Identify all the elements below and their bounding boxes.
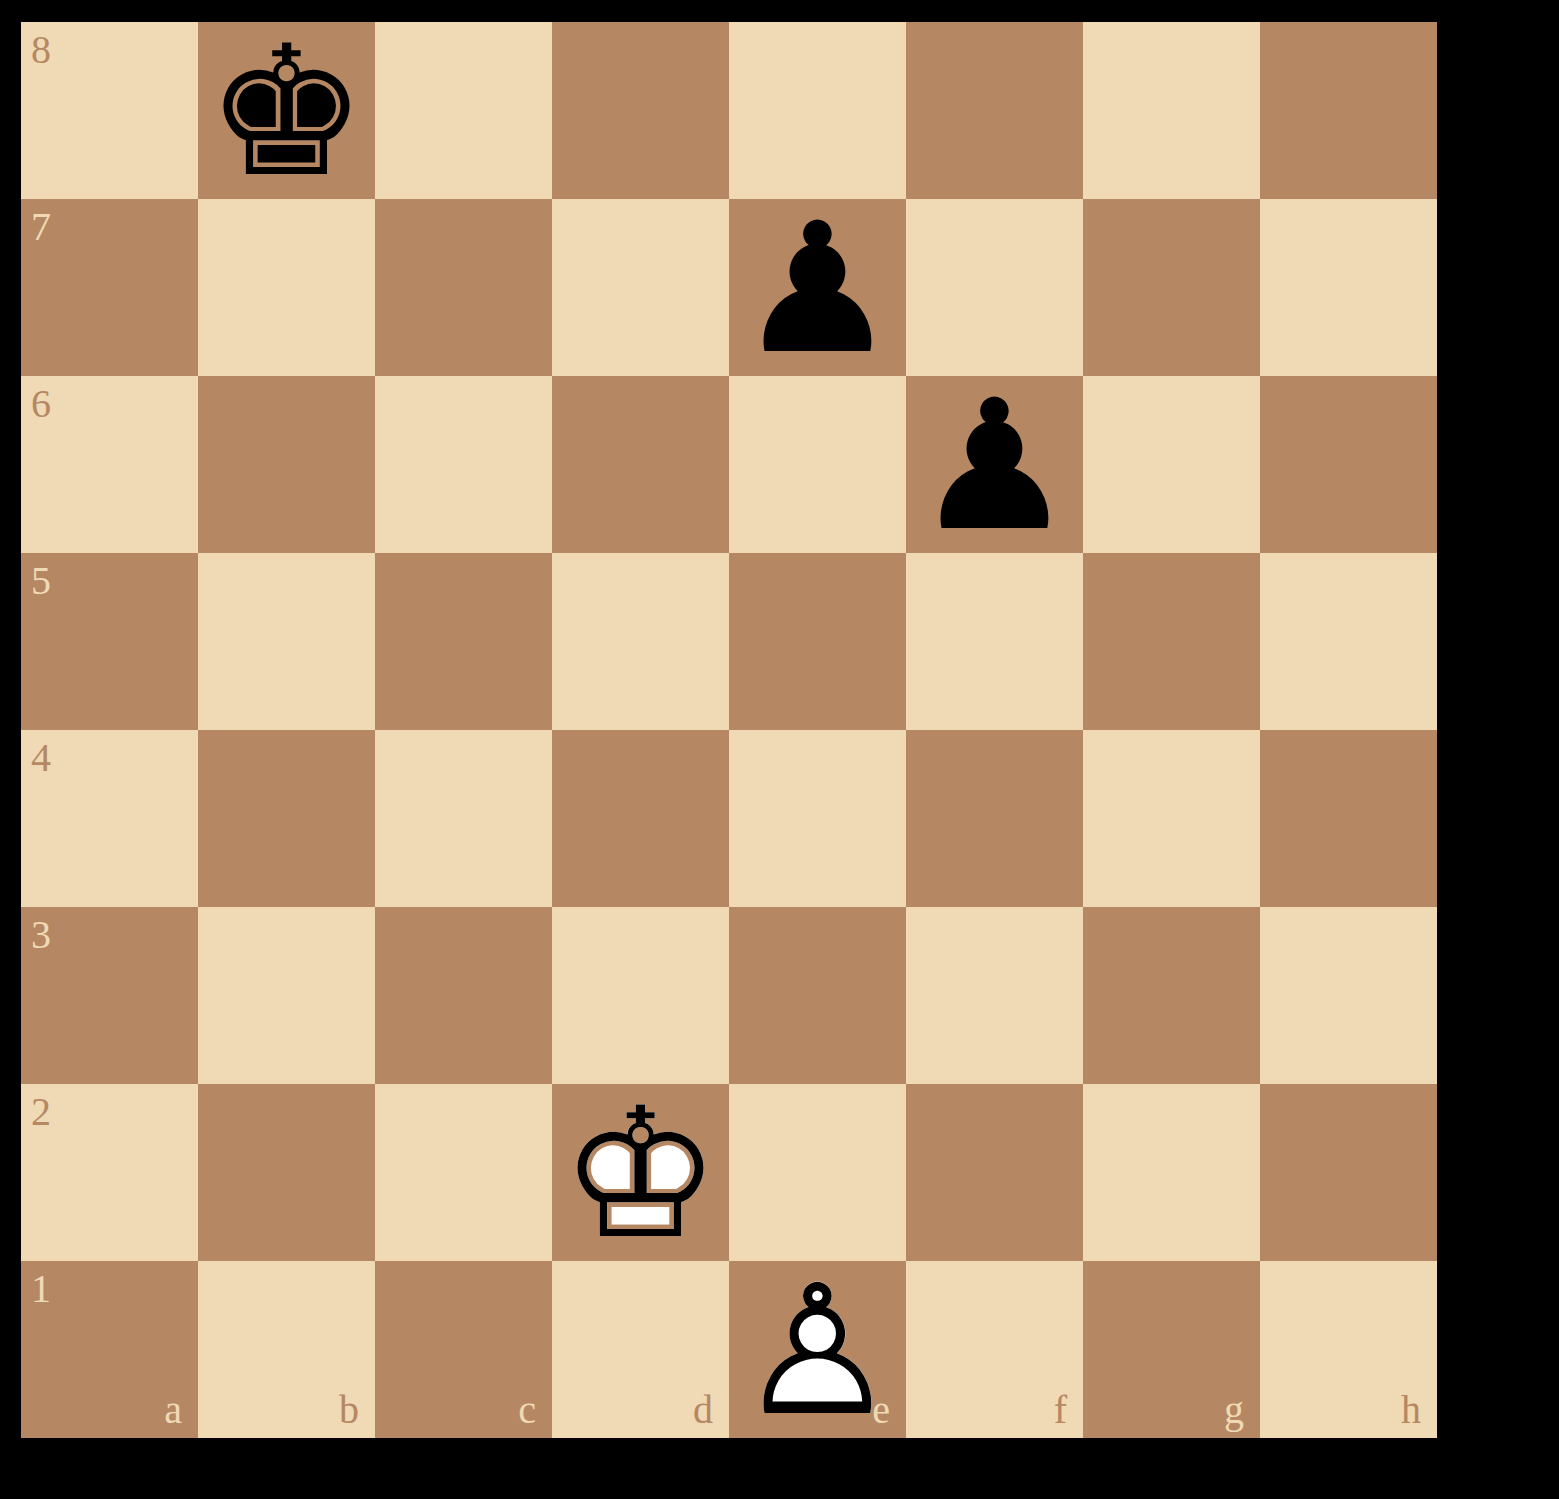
square-d2[interactable]: ♚♔ (552, 1084, 729, 1261)
black-piece-glyph: ♟ (914, 376, 1075, 556)
square-e5[interactable] (729, 553, 906, 730)
square-d8[interactable] (552, 22, 729, 199)
square-d5[interactable] (552, 553, 729, 730)
square-a5[interactable]: 5 (21, 553, 198, 730)
square-f4[interactable] (906, 730, 1083, 907)
square-h1[interactable]: h (1260, 1261, 1437, 1438)
black-piece-glyph: ♚ (206, 22, 367, 202)
square-a1[interactable]: 1a (21, 1261, 198, 1438)
square-e2[interactable] (729, 1084, 906, 1261)
square-h4[interactable] (1260, 730, 1437, 907)
black-piece-glyph: ♟ (737, 199, 898, 379)
square-c5[interactable] (375, 553, 552, 730)
square-c2[interactable] (375, 1084, 552, 1261)
file-label-g: g (1224, 1390, 1244, 1430)
square-d7[interactable] (552, 199, 729, 376)
square-b1[interactable]: b (198, 1261, 375, 1438)
square-a4[interactable]: 4 (21, 730, 198, 907)
square-a2[interactable]: 2 (21, 1084, 198, 1261)
square-g7[interactable] (1083, 199, 1260, 376)
square-h5[interactable] (1260, 553, 1437, 730)
square-a3[interactable]: 3 (21, 907, 198, 1084)
square-g5[interactable] (1083, 553, 1260, 730)
square-c7[interactable] (375, 199, 552, 376)
square-h6[interactable] (1260, 376, 1437, 553)
black-king-on-b8[interactable]: ♚ (198, 22, 375, 199)
rank-label-4: 4 (31, 738, 51, 778)
square-d1[interactable]: d (552, 1261, 729, 1438)
square-c1[interactable]: c (375, 1261, 552, 1438)
file-label-d: d (693, 1390, 713, 1430)
square-b3[interactable] (198, 907, 375, 1084)
square-b8[interactable]: ♚ (198, 22, 375, 199)
square-c3[interactable] (375, 907, 552, 1084)
square-h8[interactable] (1260, 22, 1437, 199)
square-f5[interactable] (906, 553, 1083, 730)
square-a8[interactable]: 8 (21, 22, 198, 199)
square-e1[interactable]: e♟♙ (729, 1261, 906, 1438)
square-e8[interactable] (729, 22, 906, 199)
square-a7[interactable]: 7 (21, 199, 198, 376)
square-d3[interactable] (552, 907, 729, 1084)
square-e4[interactable] (729, 730, 906, 907)
chess-board: 8♚7♟6♟5432♚♔1abcde♟♙fgh (21, 22, 1437, 1438)
square-g8[interactable] (1083, 22, 1260, 199)
rank-label-6: 6 (31, 384, 51, 424)
square-f8[interactable] (906, 22, 1083, 199)
white-piece-outline: ♔ (560, 1084, 721, 1264)
rank-label-3: 3 (31, 915, 51, 955)
rank-label-1: 1 (31, 1269, 51, 1309)
square-g2[interactable] (1083, 1084, 1260, 1261)
square-b2[interactable] (198, 1084, 375, 1261)
square-g1[interactable]: g (1083, 1261, 1260, 1438)
square-f1[interactable]: f (906, 1261, 1083, 1438)
rank-label-8: 8 (31, 30, 51, 70)
white-king-on-d2[interactable]: ♚♔ (552, 1084, 729, 1261)
square-f3[interactable] (906, 907, 1083, 1084)
rank-label-7: 7 (31, 207, 51, 247)
square-h3[interactable] (1260, 907, 1437, 1084)
square-a6[interactable]: 6 (21, 376, 198, 553)
square-b6[interactable] (198, 376, 375, 553)
square-f7[interactable] (906, 199, 1083, 376)
square-b4[interactable] (198, 730, 375, 907)
file-label-c: c (518, 1390, 536, 1430)
file-label-h: h (1401, 1390, 1421, 1430)
square-e3[interactable] (729, 907, 906, 1084)
file-label-f: f (1054, 1390, 1067, 1430)
square-h2[interactable] (1260, 1084, 1437, 1261)
square-c4[interactable] (375, 730, 552, 907)
square-d6[interactable] (552, 376, 729, 553)
square-f6[interactable]: ♟ (906, 376, 1083, 553)
white-pawn-on-e1[interactable]: ♟♙ (729, 1261, 906, 1438)
square-e7[interactable]: ♟ (729, 199, 906, 376)
square-e6[interactable] (729, 376, 906, 553)
black-pawn-on-f6[interactable]: ♟ (906, 376, 1083, 553)
file-label-b: b (339, 1390, 359, 1430)
square-h7[interactable] (1260, 199, 1437, 376)
rank-label-2: 2 (31, 1092, 51, 1132)
square-b5[interactable] (198, 553, 375, 730)
square-g6[interactable] (1083, 376, 1260, 553)
white-piece-outline: ♙ (737, 1261, 898, 1441)
square-b7[interactable] (198, 199, 375, 376)
square-c6[interactable] (375, 376, 552, 553)
file-label-a: a (164, 1390, 182, 1430)
black-pawn-on-e7[interactable]: ♟ (729, 199, 906, 376)
square-f2[interactable] (906, 1084, 1083, 1261)
rank-label-5: 5 (31, 561, 51, 601)
square-c8[interactable] (375, 22, 552, 199)
square-g4[interactable] (1083, 730, 1260, 907)
square-d4[interactable] (552, 730, 729, 907)
square-g3[interactable] (1083, 907, 1260, 1084)
